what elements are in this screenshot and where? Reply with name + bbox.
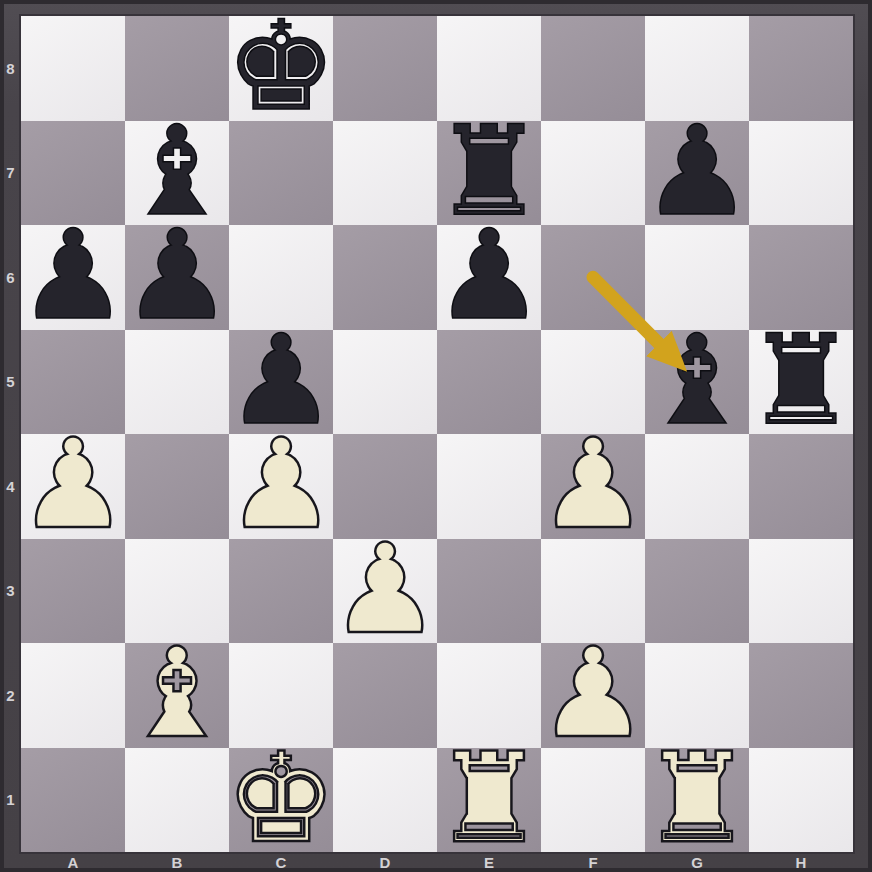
square-h1[interactable] bbox=[749, 748, 853, 853]
rank-label-5: 5 bbox=[0, 330, 21, 435]
file-label-c: C bbox=[229, 852, 333, 872]
piece-white-pawn: ♟ bbox=[541, 641, 645, 746]
square-d3[interactable]: ♟ bbox=[333, 539, 437, 644]
piece-white-pawn: ♟ bbox=[229, 432, 333, 537]
chess-board: ♚♝♜♟♟♟♟♟♝♜♟♟♟♟♝♟♚♜♜ bbox=[21, 16, 853, 852]
file-label-b: B bbox=[125, 852, 229, 872]
rank-label-2: 2 bbox=[0, 643, 21, 748]
rank-label-7: 7 bbox=[0, 121, 21, 226]
square-f7[interactable] bbox=[541, 121, 645, 226]
square-b5[interactable] bbox=[125, 330, 229, 435]
square-d7[interactable] bbox=[333, 121, 437, 226]
square-c1[interactable]: ♚ bbox=[229, 748, 333, 853]
piece-white-pawn: ♟ bbox=[333, 537, 437, 642]
piece-white-rook: ♜ bbox=[437, 746, 541, 851]
square-f8[interactable] bbox=[541, 16, 645, 121]
piece-white-pawn: ♟ bbox=[541, 432, 645, 537]
square-a4[interactable]: ♟ bbox=[21, 434, 125, 539]
square-e6[interactable]: ♟ bbox=[437, 225, 541, 330]
square-f4[interactable]: ♟ bbox=[541, 434, 645, 539]
piece-white-king: ♚ bbox=[229, 746, 333, 851]
square-f2[interactable]: ♟ bbox=[541, 643, 645, 748]
square-d5[interactable] bbox=[333, 330, 437, 435]
piece-black-pawn: ♟ bbox=[645, 119, 749, 224]
piece-black-pawn: ♟ bbox=[125, 223, 229, 328]
square-a1[interactable] bbox=[21, 748, 125, 853]
file-label-d: D bbox=[333, 852, 437, 872]
square-c3[interactable] bbox=[229, 539, 333, 644]
piece-black-bishop: ♝ bbox=[645, 328, 749, 433]
square-e4[interactable] bbox=[437, 434, 541, 539]
square-h8[interactable] bbox=[749, 16, 853, 121]
rank-label-3: 3 bbox=[0, 539, 21, 644]
file-label-h: H bbox=[749, 852, 853, 872]
chess-board-frame: ♚♝♜♟♟♟♟♟♝♜♟♟♟♟♝♟♚♜♜ 87654321 ABCDEFGH bbox=[0, 0, 872, 872]
square-h3[interactable] bbox=[749, 539, 853, 644]
square-c7[interactable] bbox=[229, 121, 333, 226]
square-d2[interactable] bbox=[333, 643, 437, 748]
piece-white-bishop: ♝ bbox=[125, 641, 229, 746]
square-f6[interactable] bbox=[541, 225, 645, 330]
piece-black-rook: ♜ bbox=[749, 328, 853, 433]
file-label-e: E bbox=[437, 852, 541, 872]
rank-label-1: 1 bbox=[0, 748, 21, 853]
square-g4[interactable] bbox=[645, 434, 749, 539]
square-a3[interactable] bbox=[21, 539, 125, 644]
square-d8[interactable] bbox=[333, 16, 437, 121]
piece-black-pawn: ♟ bbox=[21, 223, 125, 328]
square-f1[interactable] bbox=[541, 748, 645, 853]
square-g7[interactable]: ♟ bbox=[645, 121, 749, 226]
file-label-a: A bbox=[21, 852, 125, 872]
file-label-g: G bbox=[645, 852, 749, 872]
rank-label-4: 4 bbox=[0, 434, 21, 539]
square-g3[interactable] bbox=[645, 539, 749, 644]
square-c8[interactable]: ♚ bbox=[229, 16, 333, 121]
rank-label-6: 6 bbox=[0, 225, 21, 330]
square-d6[interactable] bbox=[333, 225, 437, 330]
square-b6[interactable]: ♟ bbox=[125, 225, 229, 330]
piece-black-pawn: ♟ bbox=[437, 223, 541, 328]
square-h2[interactable] bbox=[749, 643, 853, 748]
square-a6[interactable]: ♟ bbox=[21, 225, 125, 330]
square-g5[interactable]: ♝ bbox=[645, 330, 749, 435]
square-h5[interactable]: ♜ bbox=[749, 330, 853, 435]
square-b2[interactable]: ♝ bbox=[125, 643, 229, 748]
square-g1[interactable]: ♜ bbox=[645, 748, 749, 853]
square-e5[interactable] bbox=[437, 330, 541, 435]
square-e3[interactable] bbox=[437, 539, 541, 644]
square-h7[interactable] bbox=[749, 121, 853, 226]
square-e1[interactable]: ♜ bbox=[437, 748, 541, 853]
square-b4[interactable] bbox=[125, 434, 229, 539]
rank-label-8: 8 bbox=[0, 16, 21, 121]
square-b1[interactable] bbox=[125, 748, 229, 853]
square-c4[interactable]: ♟ bbox=[229, 434, 333, 539]
square-h4[interactable] bbox=[749, 434, 853, 539]
piece-black-king: ♚ bbox=[229, 14, 333, 119]
square-d1[interactable] bbox=[333, 748, 437, 853]
square-a8[interactable] bbox=[21, 16, 125, 121]
piece-white-pawn: ♟ bbox=[21, 432, 125, 537]
piece-white-rook: ♜ bbox=[645, 746, 749, 851]
square-a2[interactable] bbox=[21, 643, 125, 748]
file-label-f: F bbox=[541, 852, 645, 872]
